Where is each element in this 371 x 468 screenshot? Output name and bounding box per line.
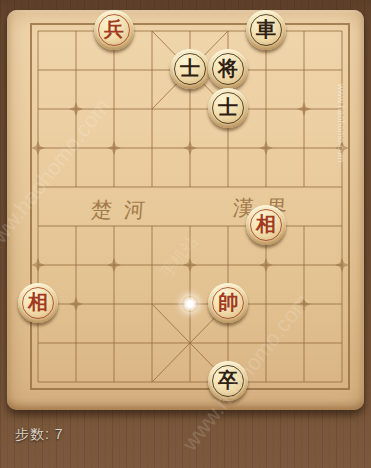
- piece-glyph: 帥: [208, 283, 248, 323]
- piece-glyph: 車: [246, 10, 286, 50]
- piece-red-帥[interactable]: 帥: [208, 283, 248, 323]
- move-count-label: 步数: 7: [15, 426, 64, 444]
- piece-red-相[interactable]: 相: [246, 205, 286, 245]
- piece-black-士[interactable]: 士: [170, 49, 210, 89]
- piece-glyph: 相: [246, 205, 286, 245]
- piece-glyph: 将: [208, 49, 248, 89]
- xiangqi-app-screen: 楚河 漢界 兵車士将士相相帥卒 www.haohomo.com 手机站 www.…: [0, 0, 371, 468]
- piece-glyph: 卒: [208, 361, 248, 401]
- xiangqi-board[interactable]: 楚河 漢界 兵車士将士相相帥卒 www.haohomo.com 手机站 www.…: [7, 10, 364, 410]
- piece-black-車[interactable]: 車: [246, 10, 286, 50]
- piece-red-兵[interactable]: 兵: [94, 10, 134, 50]
- piece-glyph: 相: [18, 283, 58, 323]
- piece-black-卒[interactable]: 卒: [208, 361, 248, 401]
- piece-glyph: 士: [208, 88, 248, 128]
- piece-glyph: 士: [170, 49, 210, 89]
- piece-glyph: 兵: [94, 10, 134, 50]
- piece-red-相[interactable]: 相: [18, 283, 58, 323]
- piece-black-士[interactable]: 士: [208, 88, 248, 128]
- piece-black-将[interactable]: 将: [208, 49, 248, 89]
